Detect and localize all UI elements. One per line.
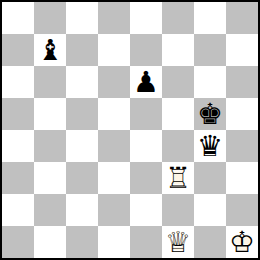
square-e4[interactable] — [130, 130, 162, 162]
square-c8[interactable] — [66, 2, 98, 34]
chess-board: ♝♟♚♛♜♖♛♕♚♔ — [0, 0, 260, 260]
square-h2[interactable] — [226, 194, 258, 226]
square-a4[interactable] — [2, 130, 34, 162]
square-f8[interactable] — [162, 2, 194, 34]
square-d7[interactable] — [98, 34, 130, 66]
square-f4[interactable] — [162, 130, 194, 162]
square-f5[interactable] — [162, 98, 194, 130]
piece-black-bishop-b7[interactable]: ♝ — [34, 34, 66, 66]
square-d8[interactable] — [98, 2, 130, 34]
square-b2[interactable] — [34, 194, 66, 226]
piece-black-pawn-e6[interactable]: ♟ — [130, 66, 162, 98]
square-c7[interactable] — [66, 34, 98, 66]
square-a1[interactable] — [2, 226, 34, 258]
square-a6[interactable] — [2, 66, 34, 98]
square-f3[interactable]: ♜♖ — [162, 162, 194, 194]
square-h1[interactable]: ♚♔ — [226, 226, 258, 258]
square-d3[interactable] — [98, 162, 130, 194]
square-f2[interactable] — [162, 194, 194, 226]
square-e8[interactable] — [130, 2, 162, 34]
square-g8[interactable] — [194, 2, 226, 34]
square-f7[interactable] — [162, 34, 194, 66]
piece-white-king-fill: ♚ — [226, 226, 258, 258]
square-d5[interactable] — [98, 98, 130, 130]
square-b3[interactable] — [34, 162, 66, 194]
square-e7[interactable] — [130, 34, 162, 66]
square-e5[interactable] — [130, 98, 162, 130]
square-a8[interactable] — [2, 2, 34, 34]
square-a3[interactable] — [2, 162, 34, 194]
square-f6[interactable] — [162, 66, 194, 98]
square-h4[interactable] — [226, 130, 258, 162]
square-c2[interactable] — [66, 194, 98, 226]
piece-white-queen-f1[interactable]: ♕ — [162, 226, 194, 258]
square-g4[interactable]: ♛ — [194, 130, 226, 162]
square-g6[interactable] — [194, 66, 226, 98]
square-c4[interactable] — [66, 130, 98, 162]
square-g5[interactable]: ♚ — [194, 98, 226, 130]
square-d1[interactable] — [98, 226, 130, 258]
piece-black-queen-g4[interactable]: ♛ — [194, 130, 226, 162]
piece-white-queen-fill: ♛ — [162, 226, 194, 258]
square-c6[interactable] — [66, 66, 98, 98]
square-h6[interactable] — [226, 66, 258, 98]
square-b5[interactable] — [34, 98, 66, 130]
square-b4[interactable] — [34, 130, 66, 162]
piece-white-rook-fill: ♜ — [162, 162, 194, 194]
square-h3[interactable] — [226, 162, 258, 194]
square-a5[interactable] — [2, 98, 34, 130]
square-c1[interactable] — [66, 226, 98, 258]
square-d6[interactable] — [98, 66, 130, 98]
square-b1[interactable] — [34, 226, 66, 258]
square-e1[interactable] — [130, 226, 162, 258]
square-b6[interactable] — [34, 66, 66, 98]
square-f1[interactable]: ♛♕ — [162, 226, 194, 258]
square-c3[interactable] — [66, 162, 98, 194]
square-a2[interactable] — [2, 194, 34, 226]
piece-white-rook-f3[interactable]: ♖ — [162, 162, 194, 194]
square-h7[interactable] — [226, 34, 258, 66]
square-h5[interactable] — [226, 98, 258, 130]
square-g2[interactable] — [194, 194, 226, 226]
square-b8[interactable] — [34, 2, 66, 34]
square-e6[interactable]: ♟ — [130, 66, 162, 98]
square-g1[interactable] — [194, 226, 226, 258]
piece-white-king-h1[interactable]: ♔ — [226, 226, 258, 258]
square-g7[interactable] — [194, 34, 226, 66]
square-e2[interactable] — [130, 194, 162, 226]
square-b7[interactable]: ♝ — [34, 34, 66, 66]
chess-board-grid: ♝♟♚♛♜♖♛♕♚♔ — [2, 2, 258, 258]
square-h8[interactable] — [226, 2, 258, 34]
square-d2[interactable] — [98, 194, 130, 226]
square-g3[interactable] — [194, 162, 226, 194]
square-e3[interactable] — [130, 162, 162, 194]
piece-black-king-g5[interactable]: ♚ — [194, 98, 226, 130]
square-a7[interactable] — [2, 34, 34, 66]
square-c5[interactable] — [66, 98, 98, 130]
square-d4[interactable] — [98, 130, 130, 162]
